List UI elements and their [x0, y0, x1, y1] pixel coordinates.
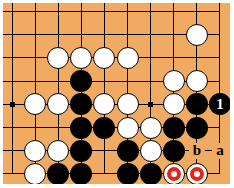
- black-stone: [140, 163, 162, 184]
- go-board: 1ba: [3, 3, 230, 184]
- red-circle-marker-icon: [190, 167, 204, 181]
- black-stone: [186, 117, 208, 139]
- grid-line-vertical: [12, 3, 13, 174]
- white-stone: [163, 93, 185, 115]
- white-stone: [24, 163, 46, 184]
- white-stone: [140, 140, 162, 162]
- white-stone: [93, 93, 115, 115]
- black-stone: [70, 163, 92, 184]
- diagram-frame: 1ba: [0, 0, 234, 188]
- white-stone: [140, 117, 162, 139]
- white-stone: [163, 70, 185, 92]
- star-point: [10, 102, 15, 107]
- letter-label-b: b: [189, 143, 205, 159]
- letter-label-a: a: [212, 143, 228, 159]
- black-stone: [47, 163, 69, 184]
- white-stone: [70, 47, 92, 69]
- grid-line-horizontal: [3, 11, 220, 12]
- black-stone: [163, 117, 185, 139]
- white-stone: [24, 93, 46, 115]
- black-stone: [93, 117, 115, 139]
- black-stone: [117, 140, 139, 162]
- grid-line-vertical: [104, 3, 105, 174]
- black-stone: [70, 70, 92, 92]
- red-circle-marker-icon: [167, 167, 181, 181]
- star-point: [148, 102, 153, 107]
- white-stone: [47, 47, 69, 69]
- white-stone: [117, 93, 139, 115]
- black-stone: [70, 117, 92, 139]
- white-stone-circled: [186, 163, 208, 184]
- white-stone: [93, 47, 115, 69]
- white-stone: [47, 140, 69, 162]
- black-stone: [163, 140, 185, 162]
- white-stone: [117, 47, 139, 69]
- black-stone: [117, 163, 139, 184]
- white-stone: [186, 70, 208, 92]
- black-stone: [70, 93, 92, 115]
- stone-number-label: 1: [216, 97, 224, 112]
- white-stone: [47, 93, 69, 115]
- black-stone: [70, 140, 92, 162]
- black-stone: [186, 93, 208, 115]
- white-stone: [24, 140, 46, 162]
- white-stone-circled: [163, 163, 185, 184]
- black-stone-numbered: 1: [209, 93, 230, 115]
- white-stone: [186, 24, 208, 46]
- white-stone: [117, 117, 139, 139]
